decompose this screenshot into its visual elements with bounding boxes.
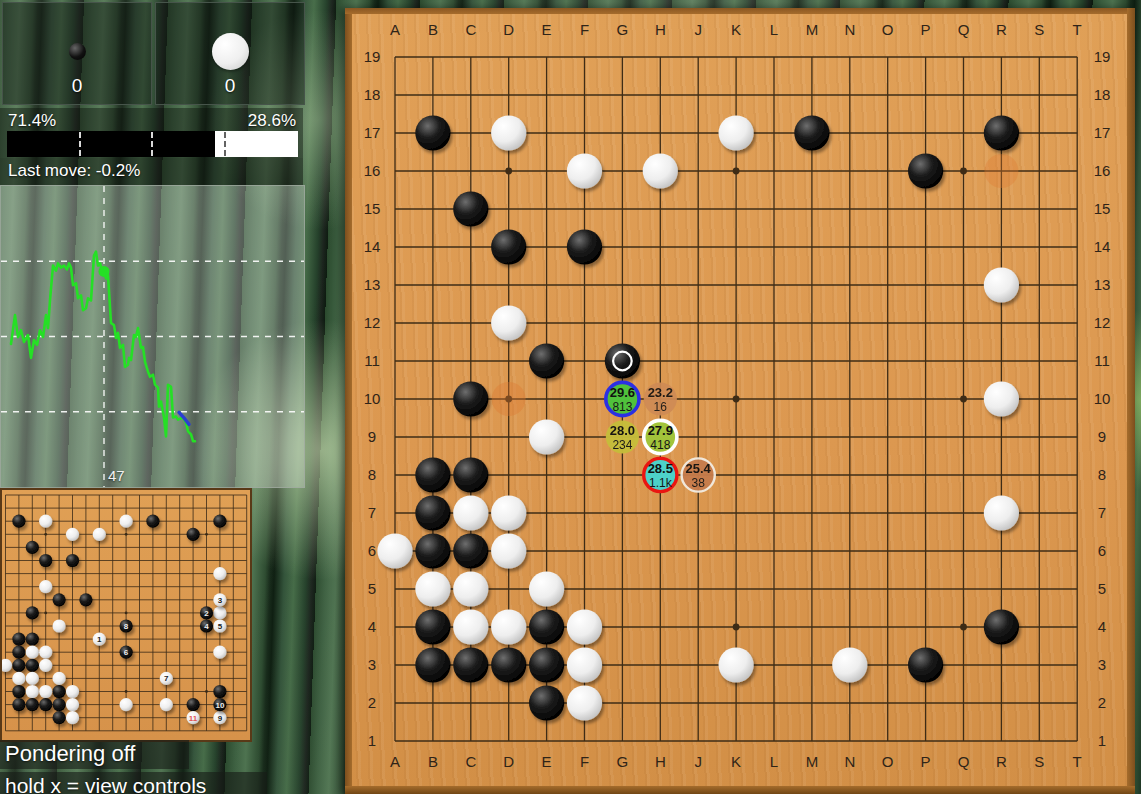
stone-white-F4 bbox=[567, 609, 602, 644]
row-label: 6 bbox=[368, 542, 376, 559]
sub-stone-black-E2 bbox=[53, 711, 66, 724]
stone-black-E4 bbox=[529, 609, 564, 644]
stone-black-B17 bbox=[415, 115, 450, 150]
sub-stone-black-P16 bbox=[187, 528, 200, 541]
col-label: S bbox=[1034, 21, 1044, 38]
col-label: O bbox=[882, 753, 894, 770]
sub-stone-black-C15 bbox=[26, 541, 39, 554]
sub-stone-white-C4 bbox=[26, 685, 39, 698]
svg-text:1.1k: 1.1k bbox=[649, 476, 673, 490]
row-label: 7 bbox=[368, 504, 376, 521]
stone-black-B3 bbox=[415, 647, 450, 682]
stone-white-K3 bbox=[719, 647, 754, 682]
winrate-quarter-mark bbox=[79, 132, 81, 156]
col-label: R bbox=[996, 21, 1007, 38]
pondering-status[interactable]: Pondering off bbox=[0, 740, 189, 769]
col-label: B bbox=[428, 21, 438, 38]
sub-stone-white-C5 bbox=[26, 672, 39, 685]
sub-stone-white-N5: 7 bbox=[160, 672, 173, 685]
col-label: F bbox=[580, 753, 589, 770]
row-label: 8 bbox=[368, 466, 376, 483]
stone-white-F16 bbox=[567, 153, 602, 188]
stone-black-C10 bbox=[453, 381, 488, 416]
svg-text:11: 11 bbox=[189, 714, 198, 723]
row-label: 8 bbox=[1098, 466, 1106, 483]
row-label: 14 bbox=[1094, 238, 1111, 255]
col-label: Q bbox=[958, 753, 970, 770]
sub-stone-white-R9: 5 bbox=[213, 619, 226, 632]
row-label: 16 bbox=[1094, 162, 1111, 179]
sub-stone-black-M17 bbox=[146, 515, 159, 528]
row-label: 12 bbox=[364, 314, 381, 331]
stone-black-B7 bbox=[415, 495, 450, 530]
main-go-board[interactable]: AABBCCDDEEFFGGHHJJKKLLMMNNOOPPQQRRSSTT19… bbox=[345, 8, 1135, 794]
winrate-graph-panel[interactable]: 47 bbox=[0, 185, 305, 488]
sub-stone-white-N3 bbox=[160, 698, 173, 711]
stone-black-P16 bbox=[908, 153, 943, 188]
col-label: M bbox=[806, 21, 819, 38]
sub-stone-black-F14 bbox=[66, 554, 79, 567]
lizzie-app: 0 0 71.4% 28.6% Last move: -0.2% 47 1234… bbox=[0, 0, 1141, 794]
row-label: 16 bbox=[364, 162, 381, 179]
row-label: 4 bbox=[1098, 618, 1106, 635]
col-label: G bbox=[617, 21, 629, 38]
black-capture-count: 0 bbox=[3, 75, 151, 97]
svg-text:6: 6 bbox=[124, 648, 129, 657]
col-label: E bbox=[542, 753, 552, 770]
stone-white-R10 bbox=[984, 381, 1019, 416]
capture-panels: 0 0 bbox=[2, 2, 305, 105]
svg-text:7: 7 bbox=[164, 674, 169, 683]
sub-stone-white-F16 bbox=[66, 528, 79, 541]
stone-black-R17 bbox=[984, 115, 1019, 150]
svg-text:4: 4 bbox=[204, 622, 209, 631]
winrate-labels: 71.4% 28.6% bbox=[8, 111, 296, 131]
stone-black-C3 bbox=[453, 647, 488, 682]
sub-stone-white-R13 bbox=[213, 567, 226, 580]
sub-stone-black-B17 bbox=[12, 515, 25, 528]
stone-white-H16 bbox=[643, 153, 678, 188]
col-label: Q bbox=[958, 21, 970, 38]
sub-stone-white-H8: 1 bbox=[93, 633, 106, 646]
stone-black-B6 bbox=[415, 533, 450, 568]
col-label: J bbox=[694, 753, 702, 770]
svg-text:28.0: 28.0 bbox=[610, 423, 635, 438]
stone-white-B5 bbox=[415, 571, 450, 606]
svg-text:10: 10 bbox=[215, 701, 224, 710]
sub-stone-black-B3 bbox=[12, 698, 25, 711]
faint-candidate-D10[interactable] bbox=[492, 382, 526, 416]
row-label: 13 bbox=[364, 276, 381, 293]
board-edge-left bbox=[345, 8, 352, 794]
sub-stone-white-E5 bbox=[53, 672, 66, 685]
sub-stone-white-H16 bbox=[93, 528, 106, 541]
row-label: 11 bbox=[364, 352, 380, 369]
sub-stone-black-C8 bbox=[26, 633, 39, 646]
sub-stone-black-K7: 6 bbox=[120, 646, 133, 659]
row-label: 3 bbox=[1098, 656, 1106, 673]
sub-stone-white-R7 bbox=[213, 646, 226, 659]
stone-white-D12 bbox=[491, 305, 526, 340]
col-label: D bbox=[503, 21, 514, 38]
sub-stone-black-C10 bbox=[26, 606, 39, 619]
star-point bbox=[960, 624, 967, 631]
sub-stone-white-F3 bbox=[66, 698, 79, 711]
winrate-half-mark bbox=[151, 132, 153, 156]
sub-stone-white-R10 bbox=[213, 606, 226, 619]
sub-stone-white-K3 bbox=[120, 698, 133, 711]
col-label: J bbox=[694, 21, 702, 38]
svg-text:5: 5 bbox=[218, 622, 223, 631]
sub-stone-white-B5 bbox=[12, 672, 25, 685]
sub-stone-black-B4 bbox=[12, 685, 25, 698]
controls-hint: hold x = view controls bbox=[0, 772, 267, 794]
star-point bbox=[505, 168, 512, 175]
row-label: 2 bbox=[1098, 694, 1106, 711]
stone-black-B8 bbox=[415, 457, 450, 492]
svg-text:27.9: 27.9 bbox=[648, 423, 673, 438]
candidate-H8[interactable]: 28.51.1k bbox=[644, 458, 677, 491]
col-label: C bbox=[465, 21, 476, 38]
stone-white-R7 bbox=[984, 495, 1019, 530]
svg-text:29.6: 29.6 bbox=[610, 385, 635, 400]
row-label: 3 bbox=[368, 656, 376, 673]
row-label: 11 bbox=[1094, 352, 1110, 369]
sub-stone-black-B7 bbox=[12, 646, 25, 659]
sub-stone-black-R4 bbox=[213, 685, 226, 698]
col-label: L bbox=[770, 753, 778, 770]
sub-stone-black-C6 bbox=[26, 659, 39, 672]
black-captures-panel: 0 bbox=[2, 2, 152, 105]
white-stone-icon bbox=[212, 33, 249, 70]
sub-stone-black-E4 bbox=[53, 685, 66, 698]
star-point bbox=[733, 624, 740, 631]
candidate-G10[interactable]: 29.6813 bbox=[606, 382, 639, 415]
col-label: T bbox=[1073, 21, 1082, 38]
row-label: 5 bbox=[1098, 580, 1106, 597]
col-label: K bbox=[731, 21, 741, 38]
row-label: 5 bbox=[368, 580, 376, 597]
sub-stone-black-D14 bbox=[39, 554, 52, 567]
winrate-bar bbox=[7, 131, 298, 157]
stone-white-C4 bbox=[453, 609, 488, 644]
sub-stone-white-D17 bbox=[39, 515, 52, 528]
sub-stone-black-P3 bbox=[187, 698, 200, 711]
board-edge-right bbox=[1127, 8, 1135, 794]
row-label: 6 bbox=[1098, 542, 1106, 559]
candidate-H9[interactable]: 27.9418 bbox=[644, 420, 677, 453]
row-label: 18 bbox=[364, 86, 381, 103]
col-label: R bbox=[996, 753, 1007, 770]
sub-stone-white-F2 bbox=[66, 711, 79, 724]
row-label: 17 bbox=[364, 124, 381, 141]
col-label: E bbox=[542, 21, 552, 38]
row-label: 1 bbox=[368, 732, 376, 749]
sub-stone-black-G11 bbox=[79, 593, 92, 606]
col-label: T bbox=[1073, 753, 1082, 770]
candidate-J8[interactable]: 25.438 bbox=[682, 458, 715, 491]
svg-text:38: 38 bbox=[692, 476, 706, 490]
sub-stone-white-P2: 11 bbox=[187, 711, 200, 724]
graph-move-number: 47 bbox=[108, 467, 125, 484]
winrate-graph[interactable] bbox=[1, 186, 304, 487]
svg-text:8: 8 bbox=[124, 622, 129, 631]
row-label: 7 bbox=[1098, 504, 1106, 521]
stone-white-E5 bbox=[529, 571, 564, 606]
star-point bbox=[733, 396, 740, 403]
star-point bbox=[960, 168, 967, 175]
sub-stone-white-R2: 9 bbox=[213, 711, 226, 724]
svg-text:2: 2 bbox=[204, 609, 209, 618]
row-label: 15 bbox=[364, 200, 381, 217]
board-edge-bottom bbox=[345, 786, 1135, 794]
stone-black-C15 bbox=[453, 191, 488, 226]
winrate-bar-black bbox=[7, 131, 215, 157]
svg-text:16: 16 bbox=[654, 400, 668, 414]
sub-stone-black-E3 bbox=[53, 698, 66, 711]
stone-black-B4 bbox=[415, 609, 450, 644]
row-label: 14 bbox=[364, 238, 381, 255]
col-label: O bbox=[882, 21, 894, 38]
row-label: 19 bbox=[364, 48, 381, 65]
sub-stone-white-E9 bbox=[53, 619, 66, 632]
stone-black-D14 bbox=[491, 229, 526, 264]
stone-black-D3 bbox=[491, 647, 526, 682]
sub-stone-black-D3 bbox=[39, 698, 52, 711]
stone-white-C7 bbox=[453, 495, 488, 530]
stone-black-P3 bbox=[908, 647, 943, 682]
stone-black-M17 bbox=[794, 115, 829, 150]
sub-stone-black-R17 bbox=[213, 515, 226, 528]
sub-stone-white-D7 bbox=[39, 646, 52, 659]
col-label: C bbox=[465, 753, 476, 770]
col-label: N bbox=[844, 21, 855, 38]
last-move-delta: Last move: -0.2% bbox=[0, 158, 303, 185]
row-label: 2 bbox=[368, 694, 376, 711]
white-capture-count: 0 bbox=[156, 75, 304, 97]
row-label: 15 bbox=[1094, 200, 1111, 217]
sub-stone-white-R11: 3 bbox=[213, 593, 226, 606]
stone-white-E9 bbox=[529, 419, 564, 454]
row-label: 10 bbox=[364, 390, 381, 407]
stone-white-C5 bbox=[453, 571, 488, 606]
col-label: L bbox=[770, 21, 778, 38]
stone-white-F2 bbox=[567, 685, 602, 720]
svg-text:28.5: 28.5 bbox=[648, 461, 673, 476]
col-label: A bbox=[390, 21, 400, 38]
col-label: N bbox=[844, 753, 855, 770]
stone-black-G11 bbox=[605, 343, 640, 378]
row-label: 18 bbox=[1094, 86, 1111, 103]
white-winrate-label: 28.6% bbox=[248, 111, 296, 131]
row-label: 13 bbox=[1094, 276, 1111, 293]
black-winrate-label: 71.4% bbox=[8, 111, 56, 131]
stone-black-E11 bbox=[529, 343, 564, 378]
col-label: H bbox=[655, 753, 666, 770]
stone-white-R13 bbox=[984, 267, 1019, 302]
stone-white-F3 bbox=[567, 647, 602, 682]
row-label: 9 bbox=[1098, 428, 1106, 445]
svg-text:25.4: 25.4 bbox=[686, 461, 712, 476]
stone-black-C8 bbox=[453, 457, 488, 492]
board-svg[interactable]: AABBCCDDEEFFGGHHJJKKLLMMNNOOPPQQRRSSTT19… bbox=[345, 8, 1135, 794]
winrate-block: 71.4% 28.6% bbox=[0, 108, 303, 158]
row-label: 17 bbox=[1094, 124, 1111, 141]
candidate-H10[interactable]: 23.216 bbox=[644, 382, 677, 415]
sub-stone-black-K9: 8 bbox=[120, 619, 133, 632]
subboard-svg: 1234567891011 bbox=[2, 490, 250, 740]
col-label: A bbox=[390, 753, 400, 770]
stone-black-E3 bbox=[529, 647, 564, 682]
col-label: P bbox=[921, 21, 931, 38]
col-label: D bbox=[503, 753, 514, 770]
white-captures-panel: 0 bbox=[155, 2, 305, 105]
col-label: H bbox=[655, 21, 666, 38]
col-label: M bbox=[806, 753, 819, 770]
row-label: 9 bbox=[368, 428, 376, 445]
svg-text:418: 418 bbox=[650, 438, 670, 452]
sub-stone-white-A6 bbox=[2, 659, 12, 672]
sub-stone-black-B6 bbox=[12, 659, 25, 672]
col-label: P bbox=[921, 753, 931, 770]
winrate-threequarter-mark bbox=[224, 132, 226, 156]
svg-text:3: 3 bbox=[218, 596, 223, 605]
variation-subboard: 1234567891011 bbox=[0, 488, 252, 742]
sub-stone-white-F4 bbox=[66, 685, 79, 698]
col-label: K bbox=[731, 753, 741, 770]
sub-stone-white-D6 bbox=[39, 659, 52, 672]
stone-black-F14 bbox=[567, 229, 602, 264]
svg-text:813: 813 bbox=[612, 400, 632, 414]
row-label: 1 bbox=[1098, 732, 1106, 749]
sub-stone-white-D12 bbox=[39, 580, 52, 593]
stone-black-R4 bbox=[984, 609, 1019, 644]
sub-stone-black-R3: 10 bbox=[213, 698, 226, 711]
svg-text:9: 9 bbox=[218, 714, 223, 723]
svg-text:23.2: 23.2 bbox=[648, 385, 673, 400]
stone-white-D17 bbox=[491, 115, 526, 150]
stone-white-D6 bbox=[491, 533, 526, 568]
sub-stone-white-K17 bbox=[120, 515, 133, 528]
svg-text:1: 1 bbox=[97, 635, 102, 644]
stone-white-D7 bbox=[491, 495, 526, 530]
col-label: F bbox=[580, 21, 589, 38]
star-point bbox=[733, 168, 740, 175]
stone-white-D4 bbox=[491, 609, 526, 644]
sub-stone-black-B8 bbox=[12, 633, 25, 646]
board-edge-top bbox=[345, 8, 1135, 14]
col-label: S bbox=[1034, 753, 1044, 770]
stone-white-N3 bbox=[832, 647, 867, 682]
row-label: 10 bbox=[1094, 390, 1111, 407]
stone-white-A6 bbox=[377, 533, 412, 568]
row-label: 12 bbox=[1094, 314, 1111, 331]
sub-stone-black-C3 bbox=[26, 698, 39, 711]
black-stone-icon bbox=[69, 43, 86, 60]
sub-stone-white-C7 bbox=[26, 646, 39, 659]
row-label: 4 bbox=[368, 618, 376, 635]
stone-black-C6 bbox=[453, 533, 488, 568]
svg-text:234: 234 bbox=[612, 438, 632, 452]
stone-white-K17 bbox=[719, 115, 754, 150]
row-label: 19 bbox=[1094, 48, 1111, 65]
star-point bbox=[960, 396, 967, 403]
candidate-G9[interactable]: 28.0234 bbox=[606, 420, 639, 453]
sub-stone-white-D4 bbox=[39, 685, 52, 698]
stone-black-E2 bbox=[529, 685, 564, 720]
sub-stone-black-E11 bbox=[53, 593, 66, 606]
sub-stone-black-Q10: 2 bbox=[200, 606, 213, 619]
col-label: G bbox=[617, 753, 629, 770]
faint-candidate-R16[interactable] bbox=[984, 154, 1018, 188]
col-label: B bbox=[428, 753, 438, 770]
sub-stone-black-Q9: 4 bbox=[200, 619, 213, 632]
